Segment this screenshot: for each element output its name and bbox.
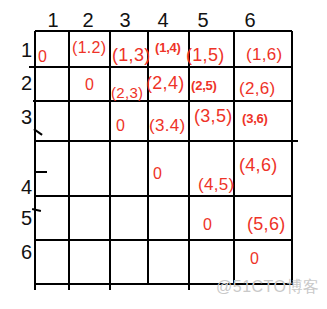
cell-r1c3: (1,3) <box>112 46 151 64</box>
row-label-3: 3 <box>21 107 32 127</box>
matrix-diagram: 123456 123456 0(1.2)(1,3)(1,4)(1,5)(1,6)… <box>0 0 327 309</box>
cell-r2c4: (2,4) <box>146 74 185 92</box>
cell-r1c5: (1,5) <box>186 46 225 64</box>
grid-line-v5 <box>233 31 235 284</box>
cell-r2c6: (2,6) <box>239 80 275 97</box>
row-label-5: 5 <box>21 208 32 228</box>
cell-r5c6: (5,6) <box>247 215 286 233</box>
cell-r3c3: 0 <box>116 118 125 134</box>
col-label-2: 2 <box>82 10 93 30</box>
cell-r2c3: (2,3) <box>111 85 143 100</box>
grid-line-v0 <box>34 31 36 290</box>
row-label-4: 4 <box>21 177 32 197</box>
stray-mark-2 <box>36 171 47 173</box>
cell-r3c4: (3.4) <box>149 117 185 134</box>
cell-r1c6: (1,6) <box>246 46 282 63</box>
cell-r4c5: (4,5) <box>198 176 234 193</box>
col-label-6: 6 <box>244 10 255 30</box>
grid-line-h4 <box>35 195 292 197</box>
row-label-2: 2 <box>21 73 32 93</box>
col-label-3: 3 <box>119 10 130 30</box>
row-label-1: 1 <box>21 40 32 60</box>
grid-line-v2 <box>109 31 111 290</box>
grid-line-v6 <box>291 31 293 285</box>
cell-r5c5: 0 <box>203 217 212 233</box>
watermark: @51CTO博客 <box>216 279 320 295</box>
col-label-1: 1 <box>47 10 58 30</box>
cell-r3c5: (3,5) <box>194 107 233 125</box>
cell-r1c1: 0 <box>38 49 47 65</box>
cell-r4c6: (4,6) <box>239 156 278 174</box>
cell-r6c6: 0 <box>250 251 259 267</box>
cell-r2c5: (2,5) <box>191 79 217 92</box>
grid-line-v3 <box>147 31 149 284</box>
grid-line-v4 <box>188 31 190 290</box>
row-label-6: 6 <box>21 242 32 262</box>
col-label-4: 4 <box>157 10 168 30</box>
cell-r1c2: (1.2) <box>72 40 106 56</box>
cell-r2c2: 0 <box>85 77 94 93</box>
cell-r1c4: (1,4) <box>155 41 181 54</box>
grid-line-h3 <box>35 140 298 142</box>
grid-line-h2 <box>33 100 292 102</box>
grid-line-v1 <box>68 31 70 290</box>
grid-line-h5 <box>35 239 292 241</box>
cell-r4c4: 0 <box>153 166 162 182</box>
cell-r3c6: (3,6) <box>242 112 268 125</box>
col-label-5: 5 <box>197 10 208 30</box>
